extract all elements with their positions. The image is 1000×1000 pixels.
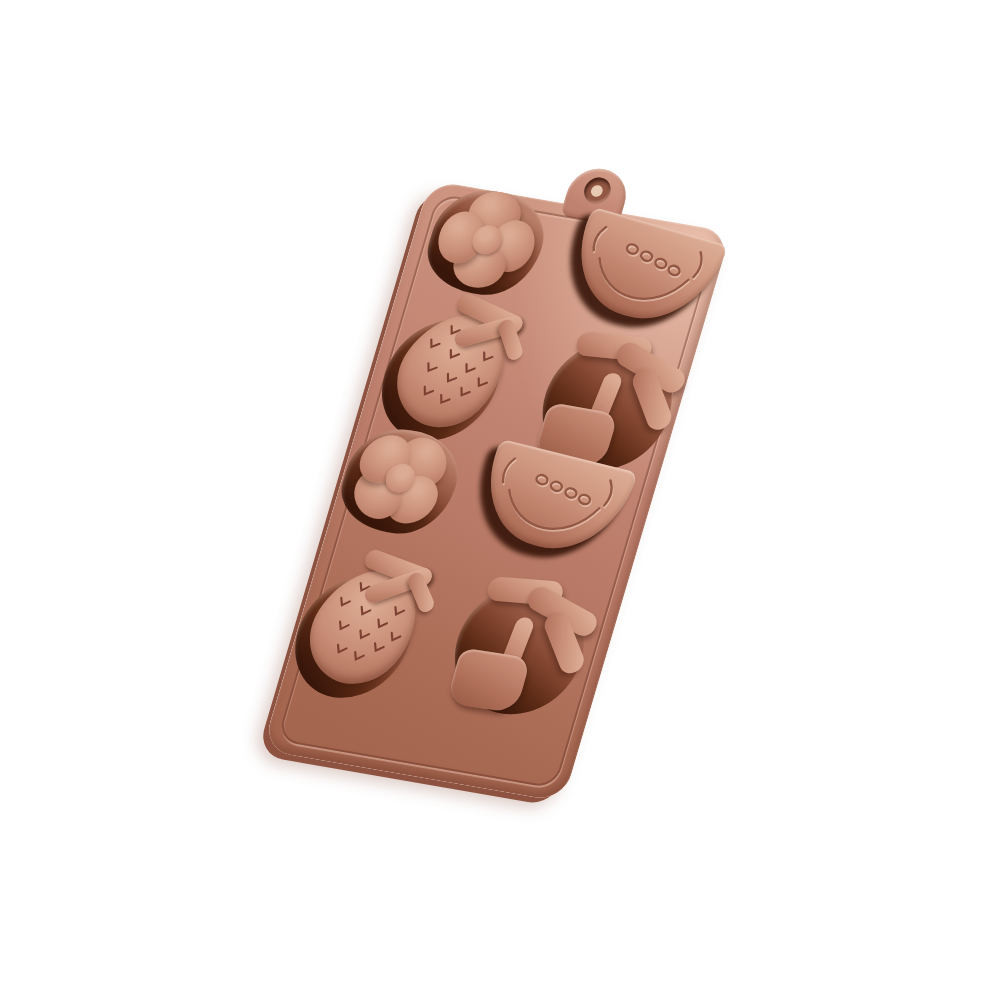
product-photo [0,0,1000,1000]
chocolate-mold [262,180,731,802]
hang-hole [581,176,614,206]
